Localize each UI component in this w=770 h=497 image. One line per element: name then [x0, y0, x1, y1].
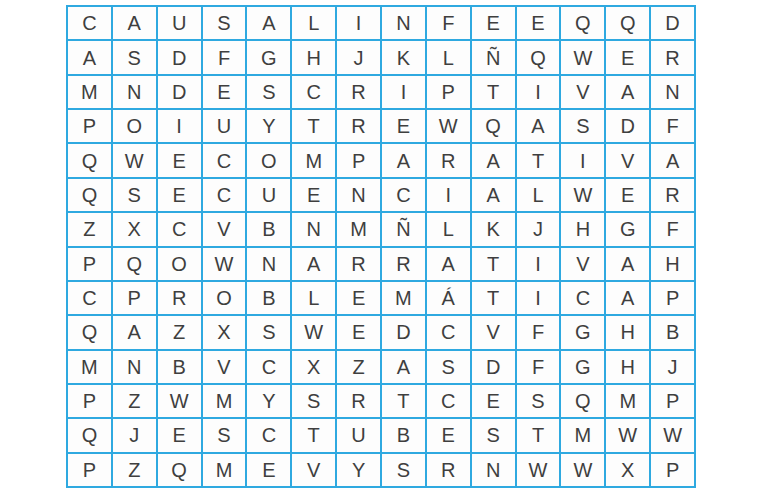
- grid-cell[interactable]: W: [606, 419, 649, 451]
- grid-cell[interactable]: L: [427, 41, 470, 73]
- grid-cell[interactable]: S: [472, 419, 515, 451]
- grid-cell[interactable]: E: [292, 179, 335, 211]
- grid-cell[interactable]: L: [292, 282, 335, 314]
- grid-cell[interactable]: B: [382, 419, 425, 451]
- grid-cell[interactable]: S: [427, 351, 470, 383]
- grid-cell[interactable]: D: [651, 7, 694, 39]
- grid-cell[interactable]: W: [113, 144, 156, 176]
- grid-cell[interactable]: I: [517, 76, 560, 108]
- grid-cell[interactable]: A: [382, 144, 425, 176]
- grid-cell[interactable]: P: [113, 282, 156, 314]
- grid-cell[interactable]: C: [158, 213, 201, 245]
- grid-cell[interactable]: M: [68, 351, 111, 383]
- grid-cell[interactable]: G: [247, 41, 290, 73]
- grid-cell[interactable]: O: [247, 144, 290, 176]
- grid-cell[interactable]: H: [606, 316, 649, 348]
- grid-cell[interactable]: R: [158, 282, 201, 314]
- grid-cell[interactable]: C: [292, 76, 335, 108]
- grid-cell[interactable]: X: [606, 454, 649, 486]
- grid-cell[interactable]: M: [68, 76, 111, 108]
- grid-cell[interactable]: N: [247, 248, 290, 280]
- grid-cell[interactable]: P: [68, 248, 111, 280]
- grid-cell[interactable]: C: [382, 179, 425, 211]
- grid-cell[interactable]: I: [382, 76, 425, 108]
- grid-cell[interactable]: P: [651, 282, 694, 314]
- grid-cell[interactable]: Ñ: [472, 41, 515, 73]
- grid-cell[interactable]: Q: [517, 41, 560, 73]
- grid-cell[interactable]: E: [158, 419, 201, 451]
- grid-cell[interactable]: A: [606, 248, 649, 280]
- grid-cell[interactable]: C: [427, 385, 470, 417]
- grid-cell[interactable]: T: [472, 282, 515, 314]
- grid-cell[interactable]: C: [561, 282, 604, 314]
- grid-cell[interactable]: Q: [561, 385, 604, 417]
- grid-cell[interactable]: E: [247, 454, 290, 486]
- grid-cell[interactable]: Q: [68, 316, 111, 348]
- grid-cell[interactable]: S: [292, 385, 335, 417]
- grid-cell[interactable]: L: [427, 213, 470, 245]
- grid-cell[interactable]: N: [113, 76, 156, 108]
- grid-cell[interactable]: S: [517, 385, 560, 417]
- grid-cell[interactable]: R: [427, 144, 470, 176]
- grid-cell[interactable]: L: [517, 179, 560, 211]
- grid-cell[interactable]: O: [158, 248, 201, 280]
- grid-cell[interactable]: D: [158, 76, 201, 108]
- grid-cell[interactable]: H: [651, 248, 694, 280]
- grid-cell[interactable]: V: [561, 76, 604, 108]
- grid-cell[interactable]: M: [203, 385, 246, 417]
- grid-cell[interactable]: Z: [113, 385, 156, 417]
- grid-cell[interactable]: F: [517, 316, 560, 348]
- grid-cell[interactable]: D: [158, 41, 201, 73]
- grid-cell[interactable]: S: [203, 7, 246, 39]
- grid-cell[interactable]: Y: [337, 454, 380, 486]
- grid-cell[interactable]: D: [472, 351, 515, 383]
- grid-cell[interactable]: C: [68, 282, 111, 314]
- grid-cell[interactable]: N: [382, 7, 425, 39]
- grid-cell[interactable]: C: [247, 351, 290, 383]
- grid-cell[interactable]: F: [651, 110, 694, 142]
- grid-cell[interactable]: U: [247, 179, 290, 211]
- grid-cell[interactable]: K: [382, 41, 425, 73]
- grid-cell[interactable]: A: [113, 316, 156, 348]
- grid-cell[interactable]: M: [561, 419, 604, 451]
- grid-cell[interactable]: B: [651, 316, 694, 348]
- grid-cell[interactable]: E: [158, 144, 201, 176]
- grid-cell[interactable]: W: [561, 41, 604, 73]
- grid-cell[interactable]: E: [472, 7, 515, 39]
- grid-cell[interactable]: Q: [158, 454, 201, 486]
- grid-cell[interactable]: T: [472, 248, 515, 280]
- grid-cell[interactable]: S: [203, 419, 246, 451]
- grid-cell[interactable]: Y: [247, 385, 290, 417]
- grid-cell[interactable]: F: [427, 7, 470, 39]
- grid-cell[interactable]: S: [382, 454, 425, 486]
- grid-cell[interactable]: N: [113, 351, 156, 383]
- grid-cell[interactable]: W: [561, 454, 604, 486]
- grid-cell[interactable]: D: [382, 316, 425, 348]
- grid-cell[interactable]: T: [292, 110, 335, 142]
- grid-cell[interactable]: E: [203, 76, 246, 108]
- grid-cell[interactable]: Q: [68, 179, 111, 211]
- grid-cell[interactable]: G: [561, 351, 604, 383]
- grid-cell[interactable]: J: [517, 213, 560, 245]
- grid-cell[interactable]: T: [472, 76, 515, 108]
- grid-cell[interactable]: P: [651, 454, 694, 486]
- grid-cell[interactable]: A: [606, 76, 649, 108]
- grid-cell[interactable]: B: [158, 351, 201, 383]
- grid-cell[interactable]: A: [472, 179, 515, 211]
- grid-cell[interactable]: Q: [606, 7, 649, 39]
- grid-cell[interactable]: G: [606, 213, 649, 245]
- grid-cell[interactable]: R: [427, 454, 470, 486]
- grid-cell[interactable]: R: [651, 179, 694, 211]
- grid-cell[interactable]: Q: [68, 419, 111, 451]
- grid-cell[interactable]: H: [292, 41, 335, 73]
- grid-cell[interactable]: B: [247, 213, 290, 245]
- grid-cell[interactable]: E: [517, 7, 560, 39]
- grid-cell[interactable]: M: [606, 385, 649, 417]
- grid-cell[interactable]: V: [606, 144, 649, 176]
- grid-cell[interactable]: Z: [68, 213, 111, 245]
- grid-cell[interactable]: S: [247, 76, 290, 108]
- grid-cell[interactable]: Z: [158, 316, 201, 348]
- grid-cell[interactable]: P: [68, 385, 111, 417]
- grid-cell[interactable]: E: [427, 419, 470, 451]
- grid-cell[interactable]: A: [517, 110, 560, 142]
- grid-cell[interactable]: J: [651, 351, 694, 383]
- grid-cell[interactable]: A: [292, 248, 335, 280]
- grid-cell[interactable]: A: [427, 248, 470, 280]
- grid-cell[interactable]: U: [337, 419, 380, 451]
- grid-cell[interactable]: E: [472, 385, 515, 417]
- grid-cell[interactable]: B: [247, 282, 290, 314]
- grid-cell[interactable]: R: [651, 41, 694, 73]
- grid-cell[interactable]: M: [337, 213, 380, 245]
- grid-cell[interactable]: V: [561, 248, 604, 280]
- grid-cell[interactable]: H: [561, 213, 604, 245]
- word-search-grid: CAUSALINFEEQQDASDFGHJKLÑQWERMNDESCRIPTIV…: [66, 5, 696, 488]
- grid-cell[interactable]: P: [427, 76, 470, 108]
- grid-cell[interactable]: W: [203, 248, 246, 280]
- grid-cell[interactable]: M: [382, 282, 425, 314]
- grid-cell[interactable]: R: [337, 110, 380, 142]
- grid-cell[interactable]: N: [292, 213, 335, 245]
- grid-cell[interactable]: W: [561, 179, 604, 211]
- grid-cell[interactable]: E: [337, 282, 380, 314]
- grid-cell[interactable]: I: [158, 110, 201, 142]
- grid-cell[interactable]: E: [606, 179, 649, 211]
- grid-cell[interactable]: J: [337, 41, 380, 73]
- grid-cell[interactable]: A: [382, 351, 425, 383]
- grid-cell[interactable]: M: [203, 454, 246, 486]
- grid-cell[interactable]: S: [561, 110, 604, 142]
- grid-cell[interactable]: K: [472, 213, 515, 245]
- word-search-page: CAUSALINFEEQQDASDFGHJKLÑQWERMNDESCRIPTIV…: [0, 0, 770, 497]
- grid-cell[interactable]: C: [203, 144, 246, 176]
- grid-cell[interactable]: O: [113, 110, 156, 142]
- grid-cell[interactable]: Ñ: [382, 213, 425, 245]
- grid-cell[interactable]: W: [427, 110, 470, 142]
- grid-cell[interactable]: J: [113, 419, 156, 451]
- grid-cell[interactable]: A: [472, 144, 515, 176]
- grid-cell[interactable]: Q: [113, 248, 156, 280]
- grid-cell[interactable]: S: [113, 41, 156, 73]
- grid-cell[interactable]: A: [247, 7, 290, 39]
- grid-cell[interactable]: N: [472, 454, 515, 486]
- grid-cell[interactable]: Y: [247, 110, 290, 142]
- grid-cell[interactable]: F: [651, 213, 694, 245]
- grid-cell[interactable]: Á: [427, 282, 470, 314]
- grid-cell[interactable]: Z: [113, 454, 156, 486]
- grid-cell[interactable]: E: [606, 41, 649, 73]
- grid-cell[interactable]: C: [427, 316, 470, 348]
- grid-cell[interactable]: I: [517, 248, 560, 280]
- grid-cell[interactable]: A: [113, 7, 156, 39]
- grid-cell[interactable]: I: [427, 179, 470, 211]
- grid-cell[interactable]: C: [68, 7, 111, 39]
- grid-cell[interactable]: L: [292, 7, 335, 39]
- grid-cell[interactable]: R: [382, 248, 425, 280]
- grid-cell[interactable]: Z: [337, 351, 380, 383]
- grid-cell[interactable]: P: [68, 110, 111, 142]
- grid-cell[interactable]: D: [606, 110, 649, 142]
- grid-cell[interactable]: S: [247, 316, 290, 348]
- grid-cell[interactable]: C: [203, 179, 246, 211]
- grid-cell[interactable]: T: [382, 385, 425, 417]
- grid-cell[interactable]: U: [158, 7, 201, 39]
- grid-cell[interactable]: I: [561, 144, 604, 176]
- grid-cell[interactable]: P: [651, 385, 694, 417]
- grid-cell[interactable]: R: [337, 248, 380, 280]
- grid-cell[interactable]: F: [517, 351, 560, 383]
- grid-cell[interactable]: S: [113, 179, 156, 211]
- grid-cell[interactable]: V: [203, 213, 246, 245]
- grid-cell[interactable]: C: [247, 419, 290, 451]
- grid-cell[interactable]: W: [158, 385, 201, 417]
- grid-cell[interactable]: E: [382, 110, 425, 142]
- grid-cell[interactable]: R: [337, 385, 380, 417]
- grid-cell[interactable]: W: [292, 316, 335, 348]
- grid-cell[interactable]: M: [292, 144, 335, 176]
- grid-cell[interactable]: O: [203, 282, 246, 314]
- grid-cell[interactable]: T: [517, 419, 560, 451]
- grid-cell[interactable]: P: [337, 144, 380, 176]
- grid-cell[interactable]: A: [606, 282, 649, 314]
- grid-cell[interactable]: A: [651, 144, 694, 176]
- grid-cell[interactable]: X: [113, 213, 156, 245]
- grid-cell[interactable]: G: [561, 316, 604, 348]
- grid-cell[interactable]: H: [606, 351, 649, 383]
- grid-cell[interactable]: I: [517, 282, 560, 314]
- grid-cell[interactable]: T: [517, 144, 560, 176]
- grid-cell[interactable]: Q: [68, 144, 111, 176]
- grid-cell[interactable]: T: [292, 419, 335, 451]
- grid-cell[interactable]: V: [203, 351, 246, 383]
- grid-cell[interactable]: X: [203, 316, 246, 348]
- grid-cell[interactable]: Q: [561, 7, 604, 39]
- grid-cell[interactable]: E: [158, 179, 201, 211]
- grid-cell[interactable]: Q: [472, 110, 515, 142]
- grid-cell[interactable]: W: [517, 454, 560, 486]
- grid-cell[interactable]: X: [292, 351, 335, 383]
- grid-cell[interactable]: W: [651, 419, 694, 451]
- grid-cell[interactable]: E: [337, 316, 380, 348]
- grid-cell[interactable]: V: [292, 454, 335, 486]
- grid-cell[interactable]: N: [651, 76, 694, 108]
- grid-cell[interactable]: F: [203, 41, 246, 73]
- grid-cell[interactable]: I: [337, 7, 380, 39]
- grid-cell[interactable]: P: [68, 454, 111, 486]
- grid-cell[interactable]: N: [337, 179, 380, 211]
- grid-cell[interactable]: A: [68, 41, 111, 73]
- grid-cell[interactable]: V: [472, 316, 515, 348]
- grid-cell[interactable]: R: [337, 76, 380, 108]
- grid-cell[interactable]: U: [203, 110, 246, 142]
